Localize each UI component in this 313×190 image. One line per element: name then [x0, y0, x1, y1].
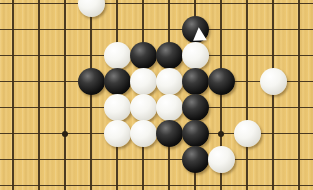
black-stone[interactable] — [156, 42, 183, 69]
black-stone[interactable] — [104, 68, 131, 95]
black-stone[interactable] — [182, 146, 209, 173]
last-move-triangle-marker — [182, 16, 209, 43]
star-point — [218, 131, 224, 137]
screenshot — [0, 0, 313, 190]
grid-line-horizontal — [0, 185, 313, 187]
white-stone[interactable] — [104, 42, 131, 69]
white-stone[interactable] — [156, 94, 183, 121]
grid-line-horizontal — [0, 29, 313, 31]
white-stone[interactable] — [104, 94, 131, 121]
white-stone[interactable] — [78, 0, 105, 17]
white-stone[interactable] — [260, 68, 287, 95]
white-stone[interactable] — [208, 146, 235, 173]
black-stone[interactable] — [130, 42, 157, 69]
white-stone[interactable] — [130, 120, 157, 147]
white-stone[interactable] — [156, 68, 183, 95]
white-stone[interactable] — [130, 68, 157, 95]
black-stone[interactable] — [208, 68, 235, 95]
white-stone[interactable] — [182, 42, 209, 69]
black-stone[interactable] — [182, 16, 209, 43]
grid-line-horizontal — [0, 159, 313, 161]
black-stone[interactable] — [182, 94, 209, 121]
white-stone[interactable] — [234, 120, 261, 147]
white-stone[interactable] — [130, 94, 157, 121]
grid-line-horizontal — [0, 3, 313, 5]
black-stone[interactable] — [182, 120, 209, 147]
white-stone[interactable] — [104, 120, 131, 147]
black-stone[interactable] — [182, 68, 209, 95]
black-stone[interactable] — [156, 120, 183, 147]
go-board[interactable] — [0, 0, 313, 190]
black-stone[interactable] — [78, 68, 105, 95]
star-point — [62, 131, 68, 137]
